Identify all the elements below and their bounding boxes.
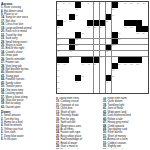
clue-8: 8. In the past — [1, 138, 55, 141]
white-cell[interactable] — [81, 51, 87, 57]
white-cell[interactable] — [94, 87, 100, 93]
across-clue-list: 1. River crossing4. Hot desert wind9. Pl… — [1, 6, 55, 109]
white-cell[interactable]: 53 — [136, 63, 142, 69]
white-cell[interactable] — [63, 39, 69, 45]
white-cell[interactable]: 24 — [87, 26, 93, 32]
white-cell[interactable] — [118, 8, 124, 14]
white-cell[interactable] — [81, 20, 87, 26]
cell-number: 62 — [57, 87, 59, 89]
cell-number: 49 — [94, 63, 96, 65]
cell-number: 13 — [142, 2, 144, 4]
white-cell[interactable] — [87, 45, 93, 51]
white-cell[interactable] — [136, 45, 142, 51]
white-cell[interactable] — [81, 81, 87, 87]
cell-number: 16 — [112, 8, 114, 10]
white-cell[interactable]: 40 — [57, 51, 63, 57]
white-cell[interactable]: 38 — [75, 45, 81, 51]
white-cell[interactable] — [87, 81, 93, 87]
white-cell[interactable]: 3 — [69, 2, 75, 8]
white-cell[interactable] — [130, 81, 136, 87]
white-cell[interactable] — [63, 75, 69, 81]
white-cell[interactable] — [130, 14, 136, 20]
white-cell[interactable] — [63, 26, 69, 32]
cell-number: 38 — [75, 44, 77, 46]
cell-number: 48 — [88, 63, 90, 65]
white-cell[interactable] — [142, 69, 148, 75]
white-cell[interactable]: 43 — [69, 57, 75, 63]
crossword-grid: 1234567891011121314151617181920212223242… — [56, 1, 149, 94]
cell-number: 53 — [136, 63, 138, 65]
white-cell[interactable]: 5 — [87, 2, 93, 8]
cell-number: 50 — [118, 63, 120, 65]
white-cell[interactable] — [100, 32, 106, 38]
white-cell[interactable] — [136, 51, 142, 57]
white-cell[interactable]: 58 — [112, 75, 118, 81]
cell-number: 20 — [63, 20, 65, 22]
white-cell[interactable] — [100, 14, 106, 20]
white-cell[interactable]: 36 — [118, 39, 124, 45]
cell-number: 46 — [63, 63, 65, 65]
white-cell[interactable]: 50 — [118, 63, 124, 69]
white-cell[interactable]: 20 — [63, 20, 69, 26]
cell-number: 15 — [75, 8, 77, 10]
white-cell[interactable] — [100, 8, 106, 14]
white-cell[interactable] — [69, 81, 75, 87]
white-cell[interactable] — [124, 45, 130, 51]
white-cell[interactable]: 17 — [57, 14, 63, 20]
white-cell[interactable] — [124, 39, 130, 45]
white-cell[interactable] — [63, 8, 69, 14]
cell-number: 52 — [130, 63, 132, 65]
white-cell[interactable] — [81, 45, 87, 51]
white-cell[interactable] — [69, 69, 75, 75]
white-cell[interactable] — [75, 69, 81, 75]
cell-number: 32 — [136, 32, 138, 34]
cell-number: 25 — [94, 26, 96, 28]
white-cell[interactable] — [112, 51, 118, 57]
white-cell[interactable] — [118, 51, 124, 57]
white-cell[interactable] — [94, 45, 100, 51]
white-cell[interactable]: 28 — [130, 26, 136, 32]
white-cell[interactable] — [142, 75, 148, 81]
white-cell[interactable] — [130, 39, 136, 45]
clue-62: 62. Gazed upon — [1, 106, 55, 109]
black-cell — [112, 32, 118, 38]
white-cell[interactable] — [118, 81, 124, 87]
white-cell[interactable] — [124, 32, 130, 38]
cell-number: 30 — [82, 32, 84, 34]
white-cell[interactable] — [69, 75, 75, 81]
white-cell[interactable]: 49 — [94, 63, 100, 69]
cell-number: 51 — [124, 63, 126, 65]
white-cell[interactable] — [63, 32, 69, 38]
cell-number: 39 — [112, 44, 114, 46]
white-cell[interactable] — [106, 87, 112, 93]
cell-number: 24 — [88, 26, 90, 28]
cell-number: 54 — [57, 69, 59, 71]
white-cell[interactable] — [142, 14, 148, 20]
white-cell[interactable] — [94, 51, 100, 57]
white-cell[interactable] — [87, 8, 93, 14]
white-cell[interactable] — [130, 75, 136, 81]
white-cell[interactable] — [142, 51, 148, 57]
cell-number: 10 — [124, 2, 126, 4]
white-cell[interactable] — [136, 75, 142, 81]
white-cell[interactable] — [142, 81, 148, 87]
white-cell[interactable] — [142, 39, 148, 45]
white-cell[interactable] — [106, 63, 112, 69]
white-cell[interactable]: 52 — [130, 63, 136, 69]
cell-number: 33 — [142, 32, 144, 34]
white-cell[interactable] — [118, 69, 124, 75]
left-clue-column: Across 1. River crossing4. Hot desert wi… — [1, 1, 55, 149]
cell-number: 40 — [57, 50, 59, 52]
white-cell[interactable] — [124, 51, 130, 57]
white-cell[interactable] — [106, 26, 112, 32]
down-clue-list-3: 33. Keep from harm35. Quite distant39. T… — [103, 97, 149, 149]
white-cell[interactable] — [94, 8, 100, 14]
cell-number: 55 — [112, 69, 114, 71]
white-cell[interactable] — [75, 51, 81, 57]
cell-number: 41 — [69, 50, 71, 52]
white-cell[interactable] — [130, 32, 136, 38]
white-cell[interactable]: 25 — [94, 26, 100, 32]
cell-number: 45 — [57, 63, 59, 65]
cell-number: 57 — [82, 75, 84, 77]
white-cell[interactable] — [136, 87, 142, 93]
cell-number: 23 — [57, 26, 59, 28]
white-cell[interactable] — [130, 87, 136, 93]
cell-number: 2 — [63, 2, 64, 4]
black-cell — [136, 20, 142, 26]
white-cell[interactable]: 7 — [100, 2, 106, 8]
white-cell[interactable] — [94, 14, 100, 20]
white-cell[interactable] — [63, 87, 69, 93]
white-cell[interactable]: 27 — [124, 26, 130, 32]
cell-number: 59 — [57, 81, 59, 83]
white-cell[interactable] — [87, 32, 93, 38]
white-cell[interactable] — [106, 69, 112, 75]
white-cell[interactable] — [118, 45, 124, 51]
white-cell[interactable]: 6 — [94, 2, 100, 8]
white-cell[interactable] — [142, 57, 148, 63]
white-cell[interactable] — [87, 51, 93, 57]
white-cell[interactable] — [87, 75, 93, 81]
white-cell[interactable] — [136, 69, 142, 75]
white-cell[interactable] — [100, 75, 106, 81]
cell-number: 36 — [118, 38, 120, 40]
white-cell[interactable] — [136, 14, 142, 20]
white-cell[interactable] — [142, 63, 148, 69]
white-cell[interactable]: 13 — [142, 2, 148, 8]
white-cell[interactable]: 4 — [81, 2, 87, 8]
white-cell[interactable] — [124, 14, 130, 20]
white-cell[interactable] — [87, 69, 93, 75]
white-cell[interactable]: 48 — [87, 63, 93, 69]
white-cell[interactable] — [75, 57, 81, 63]
cell-number: 61 — [106, 81, 108, 83]
cell-number: 21 — [69, 20, 71, 22]
white-cell[interactable]: 32 — [136, 32, 142, 38]
white-cell[interactable] — [118, 20, 124, 26]
white-cell[interactable] — [94, 81, 100, 87]
cell-number: 19 — [112, 14, 114, 16]
cell-number: 26 — [100, 26, 102, 28]
white-cell[interactable] — [87, 87, 93, 93]
cell-number: 22 — [106, 20, 108, 22]
white-cell[interactable] — [112, 26, 118, 32]
white-cell[interactable] — [100, 81, 106, 87]
white-cell[interactable] — [142, 8, 148, 14]
white-cell[interactable] — [112, 87, 118, 93]
white-cell[interactable] — [75, 26, 81, 32]
white-cell[interactable] — [100, 45, 106, 51]
white-cell[interactable]: 42 — [106, 51, 112, 57]
white-cell[interactable]: 10 — [124, 2, 130, 8]
cell-number: 27 — [124, 26, 126, 28]
white-cell[interactable] — [81, 8, 87, 14]
down-header: Down — [1, 110, 55, 114]
white-cell[interactable] — [136, 8, 142, 14]
white-cell[interactable]: 9 — [118, 2, 124, 8]
white-cell[interactable] — [63, 51, 69, 57]
cell-number: 14 — [57, 8, 59, 10]
cell-number: 3 — [69, 2, 70, 4]
white-cell[interactable] — [136, 81, 142, 87]
white-cell[interactable]: 26 — [100, 26, 106, 32]
white-cell[interactable]: 47 — [81, 63, 87, 69]
white-cell[interactable] — [106, 32, 112, 38]
cell-number: 44 — [100, 56, 102, 58]
cell-number: 58 — [112, 75, 114, 77]
white-cell[interactable] — [75, 63, 81, 69]
white-cell[interactable] — [69, 87, 75, 93]
white-cell[interactable] — [75, 87, 81, 93]
white-cell[interactable] — [124, 81, 130, 87]
white-cell[interactable] — [130, 45, 136, 51]
down-clue-list-1: 1. Small amount2. Turn the key3. Home fo… — [1, 114, 55, 141]
white-cell[interactable]: 2 — [63, 2, 69, 8]
middle-clue-column: 9. Liquid from trees10. Cooking vessel11… — [56, 97, 101, 149]
white-cell[interactable]: 44 — [100, 57, 106, 63]
white-cell[interactable] — [100, 39, 106, 45]
white-cell[interactable]: 62 — [57, 87, 63, 93]
white-cell[interactable]: 22 — [106, 20, 112, 26]
cell-number: 17 — [57, 14, 59, 16]
cell-number: 8 — [106, 2, 107, 4]
white-cell[interactable] — [94, 39, 100, 45]
white-cell[interactable] — [94, 32, 100, 38]
white-cell[interactable] — [75, 20, 81, 26]
white-cell[interactable]: 21 — [69, 20, 75, 26]
cell-number: 35 — [75, 38, 77, 40]
white-cell[interactable] — [106, 8, 112, 14]
right-clue-column: 33. Keep from harm35. Quite distant39. T… — [103, 97, 149, 149]
white-cell[interactable] — [63, 45, 69, 51]
cell-number: 37 — [57, 44, 59, 46]
white-cell[interactable]: 61 — [106, 81, 112, 87]
white-cell[interactable] — [69, 32, 75, 38]
white-cell[interactable] — [130, 69, 136, 75]
cell-number: 47 — [82, 63, 84, 65]
cell-number: 5 — [88, 2, 89, 4]
cell-number: 12 — [136, 2, 138, 4]
cell-number: 7 — [100, 2, 101, 4]
white-cell[interactable] — [63, 81, 69, 87]
cell-number: 60 — [75, 81, 77, 83]
white-cell[interactable] — [142, 45, 148, 51]
white-cell[interactable] — [100, 63, 106, 69]
white-cell[interactable]: 33 — [142, 32, 148, 38]
white-cell[interactable] — [124, 75, 130, 81]
cell-number: 9 — [118, 2, 119, 4]
white-cell[interactable] — [124, 87, 130, 93]
white-cell[interactable]: 39 — [112, 45, 118, 51]
white-cell[interactable] — [81, 14, 87, 20]
white-cell[interactable] — [118, 14, 124, 20]
white-cell[interactable] — [81, 39, 87, 45]
white-cell[interactable] — [112, 81, 118, 87]
white-cell[interactable] — [94, 75, 100, 81]
white-cell[interactable] — [63, 69, 69, 75]
white-cell[interactable] — [69, 63, 75, 69]
white-cell[interactable] — [130, 8, 136, 14]
white-cell[interactable] — [112, 20, 118, 26]
white-cell[interactable]: 60 — [75, 81, 81, 87]
cell-number: 34 — [57, 38, 59, 40]
cell-number: 1 — [57, 2, 58, 4]
white-cell[interactable] — [106, 39, 112, 45]
cell-number: 56 — [57, 75, 59, 77]
white-cell[interactable]: 57 — [81, 75, 87, 81]
white-cell[interactable]: 51 — [124, 63, 130, 69]
white-cell[interactable]: 18 — [75, 14, 81, 20]
white-cell[interactable] — [81, 87, 87, 93]
white-cell[interactable]: 8 — [106, 2, 112, 8]
white-cell[interactable]: 19 — [112, 14, 118, 20]
white-cell[interactable] — [142, 20, 148, 26]
white-cell[interactable] — [118, 87, 124, 93]
cell-number: 31 — [118, 32, 120, 34]
cell-number: 29 — [57, 32, 59, 34]
white-cell[interactable] — [118, 75, 124, 81]
cell-number: 42 — [106, 50, 108, 52]
cell-number: 4 — [82, 2, 83, 4]
white-cell[interactable] — [130, 51, 136, 57]
white-cell[interactable] — [100, 69, 106, 75]
black-cell — [69, 39, 75, 45]
white-cell[interactable] — [69, 26, 75, 32]
down-clue-list-2: 9. Liquid from trees10. Cooking vessel11… — [56, 97, 101, 149]
white-cell[interactable]: 30 — [81, 32, 87, 38]
white-cell[interactable] — [136, 39, 142, 45]
white-cell[interactable]: 46 — [63, 63, 69, 69]
white-cell[interactable] — [106, 57, 112, 63]
cell-number: 43 — [69, 56, 71, 58]
white-cell[interactable] — [100, 87, 106, 93]
white-cell[interactable]: 12 — [136, 2, 142, 8]
white-cell[interactable] — [112, 57, 118, 63]
cell-number: 18 — [75, 14, 77, 16]
white-cell[interactable] — [87, 39, 93, 45]
cell-number: 28 — [130, 26, 132, 28]
white-cell[interactable] — [142, 87, 148, 93]
cell-number: 6 — [94, 2, 95, 4]
cell-number: 11 — [130, 2, 132, 4]
white-cell[interactable] — [69, 8, 75, 14]
white-cell[interactable] — [124, 8, 130, 14]
white-cell[interactable]: 11 — [130, 2, 136, 8]
white-cell[interactable] — [124, 69, 130, 75]
white-cell[interactable] — [87, 14, 93, 20]
white-cell[interactable] — [94, 69, 100, 75]
